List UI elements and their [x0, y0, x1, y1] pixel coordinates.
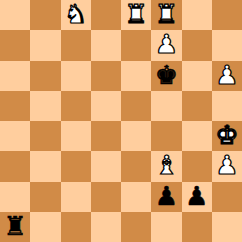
square-c1[interactable]	[61, 212, 91, 242]
square-f1[interactable]	[151, 212, 181, 242]
square-e6[interactable]	[121, 61, 151, 91]
square-g6[interactable]	[182, 61, 212, 91]
square-f3[interactable]: ♝	[151, 151, 181, 181]
white-pawn-h3[interactable]: ♟	[215, 152, 238, 178]
square-a5[interactable]	[0, 91, 30, 121]
square-e4[interactable]	[121, 121, 151, 151]
black-rook-a1[interactable]: ♜	[3, 213, 26, 239]
square-c6[interactable]	[61, 61, 91, 91]
square-c2[interactable]	[61, 182, 91, 212]
square-a4[interactable]	[0, 121, 30, 151]
white-pawn-h6[interactable]: ♟	[215, 62, 238, 88]
square-c4[interactable]	[61, 121, 91, 151]
square-d8[interactable]	[91, 0, 121, 30]
square-g3[interactable]	[182, 151, 212, 181]
square-a6[interactable]	[0, 61, 30, 91]
square-c7[interactable]	[61, 30, 91, 60]
square-f7[interactable]: ♟	[151, 30, 181, 60]
square-e5[interactable]	[121, 91, 151, 121]
black-pawn-g2[interactable]: ♟	[185, 183, 208, 209]
square-d2[interactable]	[91, 182, 121, 212]
square-b4[interactable]	[30, 121, 60, 151]
square-a8[interactable]	[0, 0, 30, 30]
white-king-h4[interactable]: ♚	[215, 122, 238, 148]
square-b5[interactable]	[30, 91, 60, 121]
square-h3[interactable]: ♟	[212, 151, 242, 181]
square-d1[interactable]	[91, 212, 121, 242]
square-g5[interactable]	[182, 91, 212, 121]
square-e8[interactable]: ♜	[121, 0, 151, 30]
square-f2[interactable]: ♟	[151, 182, 181, 212]
square-d6[interactable]	[91, 61, 121, 91]
white-rook-e8[interactable]: ♜	[124, 1, 147, 27]
white-rook-f8[interactable]: ♜	[155, 1, 178, 27]
square-e2[interactable]	[121, 182, 151, 212]
square-e1[interactable]	[121, 212, 151, 242]
square-e7[interactable]	[121, 30, 151, 60]
square-d5[interactable]	[91, 91, 121, 121]
square-d4[interactable]	[91, 121, 121, 151]
square-h7[interactable]	[212, 30, 242, 60]
square-b1[interactable]	[30, 212, 60, 242]
square-b6[interactable]	[30, 61, 60, 91]
square-d3[interactable]	[91, 151, 121, 181]
square-b2[interactable]	[30, 182, 60, 212]
square-h2[interactable]	[212, 182, 242, 212]
square-a1[interactable]: ♜	[0, 212, 30, 242]
square-e3[interactable]	[121, 151, 151, 181]
square-g8[interactable]	[182, 0, 212, 30]
square-b7[interactable]	[30, 30, 60, 60]
square-c8[interactable]: ♞	[61, 0, 91, 30]
square-b3[interactable]	[30, 151, 60, 181]
white-knight-c8[interactable]: ♞	[64, 1, 87, 27]
square-h1[interactable]	[212, 212, 242, 242]
square-a3[interactable]	[0, 151, 30, 181]
black-pawn-f2[interactable]: ♟	[155, 183, 178, 209]
square-h8[interactable]	[212, 0, 242, 30]
square-a2[interactable]	[0, 182, 30, 212]
white-pawn-f7[interactable]: ♟	[155, 31, 178, 57]
chess-board: ♞♜♜♟♚♟♚♝♟♟♟♜	[0, 0, 242, 242]
square-g2[interactable]: ♟	[182, 182, 212, 212]
square-c5[interactable]	[61, 91, 91, 121]
square-d7[interactable]	[91, 30, 121, 60]
square-h4[interactable]: ♚	[212, 121, 242, 151]
square-f8[interactable]: ♜	[151, 0, 181, 30]
square-f4[interactable]	[151, 121, 181, 151]
black-king-f6[interactable]: ♚	[155, 62, 178, 88]
square-g1[interactable]	[182, 212, 212, 242]
square-g4[interactable]	[182, 121, 212, 151]
square-f6[interactable]: ♚	[151, 61, 181, 91]
white-bishop-f3[interactable]: ♝	[155, 152, 178, 178]
square-b8[interactable]	[30, 0, 60, 30]
square-a7[interactable]	[0, 30, 30, 60]
square-c3[interactable]	[61, 151, 91, 181]
square-h6[interactable]: ♟	[212, 61, 242, 91]
square-f5[interactable]	[151, 91, 181, 121]
square-g7[interactable]	[182, 30, 212, 60]
square-h5[interactable]	[212, 91, 242, 121]
